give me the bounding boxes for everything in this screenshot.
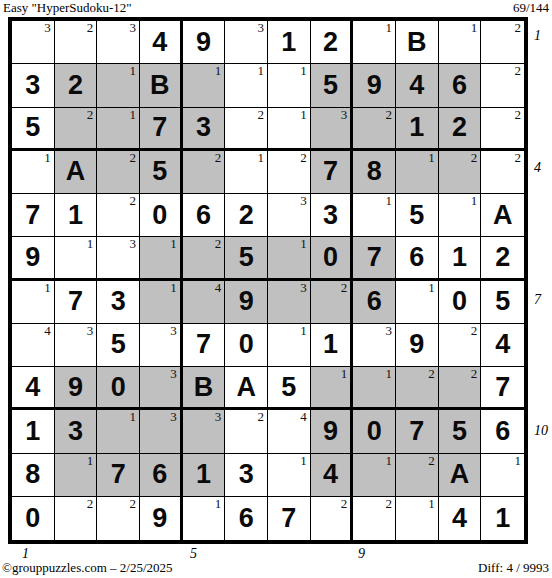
cell-r9c9[interactable]: 1 bbox=[353, 367, 396, 410]
given-value: 7 bbox=[111, 461, 126, 488]
cell-r8c3[interactable]: 5 bbox=[97, 324, 140, 367]
given-value: 4 bbox=[495, 331, 510, 358]
given-value: 3 bbox=[25, 72, 40, 99]
given-value: 3 bbox=[239, 461, 254, 488]
pencil-mark: 2 bbox=[515, 64, 522, 78]
pencil-mark: 2 bbox=[87, 108, 94, 122]
cell-r6c8[interactable]: 0 bbox=[311, 237, 354, 280]
cell-r1c11[interactable]: 1 bbox=[439, 21, 482, 64]
cell-r6c3[interactable]: 3 bbox=[97, 237, 140, 280]
given-value: 3 bbox=[323, 202, 338, 229]
cell-r5c7[interactable]: 3 bbox=[268, 194, 311, 237]
cell-r11c10[interactable]: 2 bbox=[396, 454, 439, 497]
cell-r3c9[interactable]: 2 bbox=[353, 108, 396, 151]
cell-r4c9[interactable]: 8 bbox=[353, 151, 396, 194]
cell-r10c10[interactable]: 7 bbox=[396, 410, 439, 453]
pencil-mark: 2 bbox=[300, 151, 307, 165]
given-value: 0 bbox=[111, 374, 126, 401]
cell-r11c11[interactable]: A bbox=[439, 454, 482, 497]
cell-r4c1[interactable]: 1 bbox=[12, 151, 55, 194]
given-value: 4 bbox=[452, 505, 467, 532]
pencil-mark: 2 bbox=[515, 21, 522, 35]
given-value: 0 bbox=[152, 202, 167, 229]
given-value: 7 bbox=[323, 158, 338, 185]
given-value: 7 bbox=[25, 202, 40, 229]
cell-r3c3[interactable]: 1 bbox=[97, 108, 140, 151]
cell-r4c10[interactable]: 1 bbox=[396, 151, 439, 194]
given-value: 1 bbox=[25, 418, 40, 445]
given-value: 5 bbox=[152, 158, 167, 185]
pencil-mark: 2 bbox=[87, 497, 94, 511]
pencil-mark: 1 bbox=[386, 454, 393, 468]
cell-r4c4[interactable]: 5 bbox=[140, 151, 183, 194]
cell-r2c5[interactable]: 1 bbox=[183, 64, 226, 107]
given-value: 9 bbox=[239, 288, 254, 315]
pencil-mark: 1 bbox=[215, 497, 222, 511]
pencil-mark: 1 bbox=[87, 454, 94, 468]
cell-r7c3[interactable]: 3 bbox=[97, 281, 140, 324]
row-label-10: 10 bbox=[534, 423, 548, 439]
pencil-mark: 1 bbox=[300, 108, 307, 122]
given-value: 4 bbox=[25, 374, 40, 401]
given-value: 7 bbox=[196, 331, 211, 358]
given-value: 0 bbox=[367, 418, 382, 445]
given-value: 6 bbox=[409, 244, 424, 271]
pencil-mark: 2 bbox=[341, 497, 348, 511]
cell-r7c5[interactable]: 4 bbox=[183, 281, 226, 324]
pencil-mark: 1 bbox=[44, 151, 51, 165]
cell-r12c12[interactable]: 1 bbox=[481, 497, 524, 540]
given-value: A bbox=[493, 202, 513, 229]
cell-r4c7[interactable]: 2 bbox=[268, 151, 311, 194]
given-value: 6 bbox=[495, 418, 510, 445]
remaining-counter: 69/144 bbox=[513, 0, 549, 16]
given-value: 1 bbox=[409, 114, 424, 141]
cell-r3c2[interactable]: 2 bbox=[55, 108, 98, 151]
pencil-mark: 3 bbox=[258, 21, 265, 35]
pencil-mark: 3 bbox=[300, 281, 307, 295]
pencil-mark: 2 bbox=[471, 367, 478, 381]
cell-r5c10[interactable]: 5 bbox=[396, 194, 439, 237]
given-value: 6 bbox=[196, 202, 211, 229]
pencil-mark: 4 bbox=[44, 324, 51, 338]
given-value: 8 bbox=[25, 461, 40, 488]
cell-r8c11[interactable]: 2 bbox=[439, 324, 482, 367]
cell-r12c8[interactable]: 2 bbox=[311, 497, 354, 540]
cell-r11c4[interactable]: 6 bbox=[140, 454, 183, 497]
pencil-mark: 1 bbox=[258, 151, 265, 165]
given-value: 4 bbox=[323, 461, 338, 488]
pencil-mark: 2 bbox=[428, 367, 435, 381]
pencil-mark: 1 bbox=[300, 64, 307, 78]
given-value: 9 bbox=[196, 29, 211, 56]
pencil-mark: 1 bbox=[130, 108, 137, 122]
copyright-date: ©grouppuzzles.com – 2/25/2025 bbox=[2, 560, 173, 576]
cell-r4c2[interactable]: A bbox=[55, 151, 98, 194]
cell-r12c9[interactable]: 2 bbox=[353, 497, 396, 540]
cell-r2c3[interactable]: 1 bbox=[97, 64, 140, 107]
cell-r10c2[interactable]: 3 bbox=[55, 410, 98, 453]
cell-r11c5[interactable]: 1 bbox=[183, 454, 226, 497]
cell-r11c12[interactable]: 1 bbox=[481, 454, 524, 497]
pencil-mark: 1 bbox=[386, 367, 393, 381]
given-value: 9 bbox=[152, 505, 167, 532]
cell-r6c1[interactable]: 9 bbox=[12, 237, 55, 280]
given-value: 6 bbox=[452, 72, 467, 99]
cell-r10c6[interactable]: 2 bbox=[225, 410, 268, 453]
given-value: 6 bbox=[367, 288, 382, 315]
given-value: 6 bbox=[239, 505, 254, 532]
cell-r2c4[interactable]: B bbox=[140, 64, 183, 107]
pencil-mark: 1 bbox=[300, 454, 307, 468]
given-value: 0 bbox=[239, 331, 254, 358]
cell-r9c2[interactable]: 9 bbox=[55, 367, 98, 410]
cell-r2c9[interactable]: 9 bbox=[353, 64, 396, 107]
cell-r6c9[interactable]: 7 bbox=[353, 237, 396, 280]
pencil-mark: 2 bbox=[215, 237, 222, 251]
cell-r6c5[interactable]: 2 bbox=[183, 237, 226, 280]
cell-r12c1[interactable]: 0 bbox=[12, 497, 55, 540]
cell-r7c4[interactable]: 1 bbox=[140, 281, 183, 324]
cell-r3c12[interactable]: 2 bbox=[481, 108, 524, 151]
cell-r9c12[interactable]: 7 bbox=[481, 367, 524, 410]
cell-r1c1[interactable]: 3 bbox=[12, 21, 55, 64]
cell-r8c6[interactable]: 0 bbox=[225, 324, 268, 367]
cell-r6c4[interactable]: 1 bbox=[140, 237, 183, 280]
cell-r4c8[interactable]: 7 bbox=[311, 151, 354, 194]
pencil-mark: 1 bbox=[386, 194, 393, 208]
cell-r5c11[interactable]: 1 bbox=[439, 194, 482, 237]
given-value: 7 bbox=[409, 418, 424, 445]
cell-r12c7[interactable]: 7 bbox=[268, 497, 311, 540]
given-value: B bbox=[194, 374, 214, 401]
pencil-mark: 2 bbox=[215, 151, 222, 165]
pencil-mark: 1 bbox=[515, 454, 522, 468]
given-value: 7 bbox=[281, 505, 296, 532]
cell-r7c10[interactable]: 1 bbox=[396, 281, 439, 324]
given-value: 7 bbox=[367, 244, 382, 271]
cell-r2c7[interactable]: 1 bbox=[268, 64, 311, 107]
cell-r9c5[interactable]: B bbox=[183, 367, 226, 410]
cell-r1c9[interactable]: 1 bbox=[353, 21, 396, 64]
given-value: 3 bbox=[111, 288, 126, 315]
cell-r10c5[interactable]: 3 bbox=[183, 410, 226, 453]
cell-r6c10[interactable]: 6 bbox=[396, 237, 439, 280]
pencil-mark: 2 bbox=[341, 281, 348, 295]
cell-r9c4[interactable]: 3 bbox=[140, 367, 183, 410]
cell-r1c6[interactable]: 3 bbox=[225, 21, 268, 64]
pencil-mark: 1 bbox=[258, 64, 265, 78]
cell-r5c3[interactable]: 2 bbox=[97, 194, 140, 237]
cell-r7c7[interactable]: 3 bbox=[268, 281, 311, 324]
cell-r2c10[interactable]: 4 bbox=[396, 64, 439, 107]
cell-r3c6[interactable]: 2 bbox=[225, 108, 268, 151]
cell-r8c9[interactable]: 3 bbox=[353, 324, 396, 367]
cell-r10c1[interactable]: 1 bbox=[12, 410, 55, 453]
given-value: A bbox=[236, 374, 256, 401]
cell-r6c6[interactable]: 5 bbox=[225, 237, 268, 280]
given-value: 5 bbox=[323, 72, 338, 99]
given-value: 4 bbox=[409, 72, 424, 99]
pencil-mark: 1 bbox=[471, 21, 478, 35]
cell-r8c8[interactable]: 1 bbox=[311, 324, 354, 367]
given-value: 4 bbox=[152, 29, 167, 56]
given-value: 1 bbox=[452, 244, 467, 271]
cell-r10c12[interactable]: 6 bbox=[481, 410, 524, 453]
given-value: 0 bbox=[323, 244, 338, 271]
cell-r8c12[interactable]: 4 bbox=[481, 324, 524, 367]
pencil-mark: 2 bbox=[471, 151, 478, 165]
given-value: 1 bbox=[495, 505, 510, 532]
given-value: 2 bbox=[495, 244, 510, 271]
cell-r12c2[interactable]: 2 bbox=[55, 497, 98, 540]
pencil-mark: 3 bbox=[170, 410, 177, 424]
given-value: 3 bbox=[68, 418, 83, 445]
cell-r2c6[interactable]: 1 bbox=[225, 64, 268, 107]
puzzle-page: { "game": "HyperSudoku-12 (12x12 Sudoku,… bbox=[0, 0, 552, 578]
given-value: 7 bbox=[152, 114, 167, 141]
cell-r12c3[interactable]: 2 bbox=[97, 497, 140, 540]
pencil-mark: 2 bbox=[130, 151, 137, 165]
given-value: 3 bbox=[196, 114, 211, 141]
given-value: 7 bbox=[495, 374, 510, 401]
cell-r9c1[interactable]: 4 bbox=[12, 367, 55, 410]
pencil-mark: 2 bbox=[130, 497, 137, 511]
row-label-1: 1 bbox=[534, 28, 541, 44]
pencil-mark: 1 bbox=[170, 281, 177, 295]
cell-r2c2[interactable]: 2 bbox=[55, 64, 98, 107]
cell-r10c4[interactable]: 3 bbox=[140, 410, 183, 453]
cell-r1c5[interactable]: 9 bbox=[183, 21, 226, 64]
cell-r7c8[interactable]: 2 bbox=[311, 281, 354, 324]
pencil-mark: 1 bbox=[215, 64, 222, 78]
pencil-mark: 1 bbox=[300, 237, 307, 251]
cell-r8c7[interactable]: 1 bbox=[268, 324, 311, 367]
pencil-mark: 1 bbox=[471, 194, 478, 208]
cell-r12c5[interactable]: 1 bbox=[183, 497, 226, 540]
cell-r1c8[interactable]: 2 bbox=[311, 21, 354, 64]
pencil-mark: 2 bbox=[386, 108, 393, 122]
cell-r8c4[interactable]: 3 bbox=[140, 324, 183, 367]
difficulty-label: Diff: 4 / 9993 bbox=[478, 560, 549, 576]
pencil-mark: 2 bbox=[515, 151, 522, 165]
given-value: 1 bbox=[196, 461, 211, 488]
cell-r7c6[interactable]: 9 bbox=[225, 281, 268, 324]
cell-r10c3[interactable]: 1 bbox=[97, 410, 140, 453]
given-value: 0 bbox=[452, 288, 467, 315]
cell-r5c5[interactable]: 6 bbox=[183, 194, 226, 237]
pencil-mark: 1 bbox=[428, 497, 435, 511]
cell-r12c11[interactable]: 4 bbox=[439, 497, 482, 540]
cell-r4c6[interactable]: 1 bbox=[225, 151, 268, 194]
cell-r7c2[interactable]: 7 bbox=[55, 281, 98, 324]
given-value: 7 bbox=[68, 288, 83, 315]
pencil-mark: 4 bbox=[300, 410, 307, 424]
row-label-7: 7 bbox=[534, 292, 541, 308]
given-value: A bbox=[450, 461, 470, 488]
cell-r4c5[interactable]: 2 bbox=[183, 151, 226, 194]
given-value: 2 bbox=[68, 72, 83, 99]
cell-r1c7[interactable]: 1 bbox=[268, 21, 311, 64]
given-value: 2 bbox=[323, 29, 338, 56]
cell-r10c8[interactable]: 9 bbox=[311, 410, 354, 453]
given-value: 9 bbox=[323, 418, 338, 445]
cell-r11c7[interactable]: 1 bbox=[268, 454, 311, 497]
cell-r9c7[interactable]: 5 bbox=[268, 367, 311, 410]
cell-r7c1[interactable]: 1 bbox=[12, 281, 55, 324]
pencil-mark: 1 bbox=[44, 281, 51, 295]
given-value: A bbox=[66, 158, 86, 185]
given-value: 9 bbox=[68, 374, 83, 401]
cell-r11c2[interactable]: 1 bbox=[55, 454, 98, 497]
pencil-mark: 1 bbox=[130, 64, 137, 78]
given-value: B bbox=[407, 29, 427, 56]
cell-r4c3[interactable]: 2 bbox=[97, 151, 140, 194]
given-value: 5 bbox=[281, 374, 296, 401]
cell-r2c1[interactable]: 3 bbox=[12, 64, 55, 107]
pencil-mark: 2 bbox=[258, 108, 265, 122]
given-value: 2 bbox=[239, 202, 254, 229]
pencil-mark: 3 bbox=[386, 324, 393, 338]
given-value: 1 bbox=[68, 202, 83, 229]
given-value: 9 bbox=[25, 244, 40, 271]
cell-r6c2[interactable]: 1 bbox=[55, 237, 98, 280]
pencil-mark: 2 bbox=[258, 410, 265, 424]
cell-r3c11[interactable]: 2 bbox=[439, 108, 482, 151]
cell-r11c6[interactable]: 3 bbox=[225, 454, 268, 497]
pencil-mark: 2 bbox=[471, 324, 478, 338]
pencil-mark: 2 bbox=[87, 21, 94, 35]
cell-r10c9[interactable]: 0 bbox=[353, 410, 396, 453]
given-value: 1 bbox=[281, 29, 296, 56]
pencil-mark: 3 bbox=[170, 324, 177, 338]
pencil-mark: 1 bbox=[341, 367, 348, 381]
pencil-mark: 1 bbox=[130, 410, 137, 424]
cell-r8c5[interactable]: 7 bbox=[183, 324, 226, 367]
cell-r9c8[interactable]: 1 bbox=[311, 367, 354, 410]
cell-r6c7[interactable]: 1 bbox=[268, 237, 311, 280]
cell-r3c10[interactable]: 1 bbox=[396, 108, 439, 151]
cell-r3c5[interactable]: 3 bbox=[183, 108, 226, 151]
cell-r1c3[interactable]: 3 bbox=[97, 21, 140, 64]
cell-r7c12[interactable]: 5 bbox=[481, 281, 524, 324]
cell-r1c4[interactable]: 4 bbox=[140, 21, 183, 64]
cell-r11c3[interactable]: 7 bbox=[97, 454, 140, 497]
cell-r3c8[interactable]: 3 bbox=[311, 108, 354, 151]
row-label-4: 4 bbox=[534, 160, 541, 176]
given-value: 9 bbox=[409, 331, 424, 358]
cell-r5c2[interactable]: 1 bbox=[55, 194, 98, 237]
given-value: 9 bbox=[367, 72, 382, 99]
cell-r2c11[interactable]: 6 bbox=[439, 64, 482, 107]
given-value: B bbox=[150, 72, 170, 99]
cell-r12c10[interactable]: 1 bbox=[396, 497, 439, 540]
cell-r2c12[interactable]: 2 bbox=[481, 64, 524, 107]
pencil-mark: 1 bbox=[87, 237, 94, 251]
cell-r1c10[interactable]: B bbox=[396, 21, 439, 64]
given-value: 5 bbox=[25, 114, 40, 141]
col-label-5: 5 bbox=[190, 546, 197, 562]
puzzle-title: Easy "HyperSudoku-12" bbox=[3, 0, 132, 16]
cell-r1c2[interactable]: 2 bbox=[55, 21, 98, 64]
pencil-mark: 1 bbox=[428, 281, 435, 295]
cell-r5c6[interactable]: 2 bbox=[225, 194, 268, 237]
given-value: 5 bbox=[495, 288, 510, 315]
col-label-9: 9 bbox=[358, 546, 365, 562]
cell-r10c11[interactable]: 5 bbox=[439, 410, 482, 453]
pencil-mark: 1 bbox=[300, 324, 307, 338]
given-value: 0 bbox=[25, 505, 40, 532]
pencil-mark: 3 bbox=[130, 237, 137, 251]
pencil-mark: 3 bbox=[215, 410, 222, 424]
cell-r10c7[interactable]: 4 bbox=[268, 410, 311, 453]
cell-r6c11[interactable]: 1 bbox=[439, 237, 482, 280]
cell-r9c11[interactable]: 2 bbox=[439, 367, 482, 410]
cell-r2c8[interactable]: 5 bbox=[311, 64, 354, 107]
cell-r3c7[interactable]: 1 bbox=[268, 108, 311, 151]
cell-r6c12[interactable]: 2 bbox=[481, 237, 524, 280]
sudoku-grid: 323493121B12321B111594625217321321221A25… bbox=[8, 17, 528, 544]
given-value: 5 bbox=[452, 418, 467, 445]
cell-r5c1[interactable]: 7 bbox=[12, 194, 55, 237]
pencil-mark: 2 bbox=[386, 497, 393, 511]
given-value: 5 bbox=[409, 202, 424, 229]
given-value: 5 bbox=[111, 331, 126, 358]
cell-r8c10[interactable]: 9 bbox=[396, 324, 439, 367]
pencil-mark: 2 bbox=[130, 194, 137, 208]
cell-r9c3[interactable]: 0 bbox=[97, 367, 140, 410]
cell-r7c9[interactable]: 6 bbox=[353, 281, 396, 324]
pencil-mark: 3 bbox=[300, 194, 307, 208]
pencil-mark: 2 bbox=[428, 454, 435, 468]
given-value: 8 bbox=[367, 158, 382, 185]
given-value: 2 bbox=[452, 114, 467, 141]
cell-r5c8[interactable]: 3 bbox=[311, 194, 354, 237]
pencil-mark: 3 bbox=[87, 324, 94, 338]
pencil-mark: 1 bbox=[386, 21, 393, 35]
pencil-mark: 2 bbox=[515, 108, 522, 122]
cell-r11c1[interactable]: 8 bbox=[12, 454, 55, 497]
pencil-mark: 3 bbox=[341, 108, 348, 122]
cell-r12c4[interactable]: 9 bbox=[140, 497, 183, 540]
pencil-mark: 3 bbox=[130, 21, 137, 35]
cell-r3c1[interactable]: 5 bbox=[12, 108, 55, 151]
cell-r5c4[interactable]: 0 bbox=[140, 194, 183, 237]
cell-r11c9[interactable]: 1 bbox=[353, 454, 396, 497]
cell-r9c6[interactable]: A bbox=[225, 367, 268, 410]
cell-r9c10[interactable]: 2 bbox=[396, 367, 439, 410]
cell-r4c12[interactable]: 2 bbox=[481, 151, 524, 194]
cell-r8c1[interactable]: 4 bbox=[12, 324, 55, 367]
pencil-mark: 3 bbox=[170, 367, 177, 381]
cell-r7c11[interactable]: 0 bbox=[439, 281, 482, 324]
cell-r1c12[interactable]: 2 bbox=[481, 21, 524, 64]
pencil-mark: 1 bbox=[170, 237, 177, 251]
cell-r12c6[interactable]: 6 bbox=[225, 497, 268, 540]
given-value: 5 bbox=[239, 244, 254, 271]
cell-r4c11[interactable]: 2 bbox=[439, 151, 482, 194]
given-value: 1 bbox=[323, 331, 338, 358]
pencil-mark: 1 bbox=[428, 151, 435, 165]
cell-r5c9[interactable]: 1 bbox=[353, 194, 396, 237]
cell-r11c8[interactable]: 4 bbox=[311, 454, 354, 497]
given-value: 6 bbox=[152, 461, 167, 488]
cell-r5c12[interactable]: A bbox=[481, 194, 524, 237]
pencil-mark: 4 bbox=[215, 281, 222, 295]
pencil-mark: 3 bbox=[44, 21, 51, 35]
cell-r3c4[interactable]: 7 bbox=[140, 108, 183, 151]
cell-r8c2[interactable]: 3 bbox=[55, 324, 98, 367]
